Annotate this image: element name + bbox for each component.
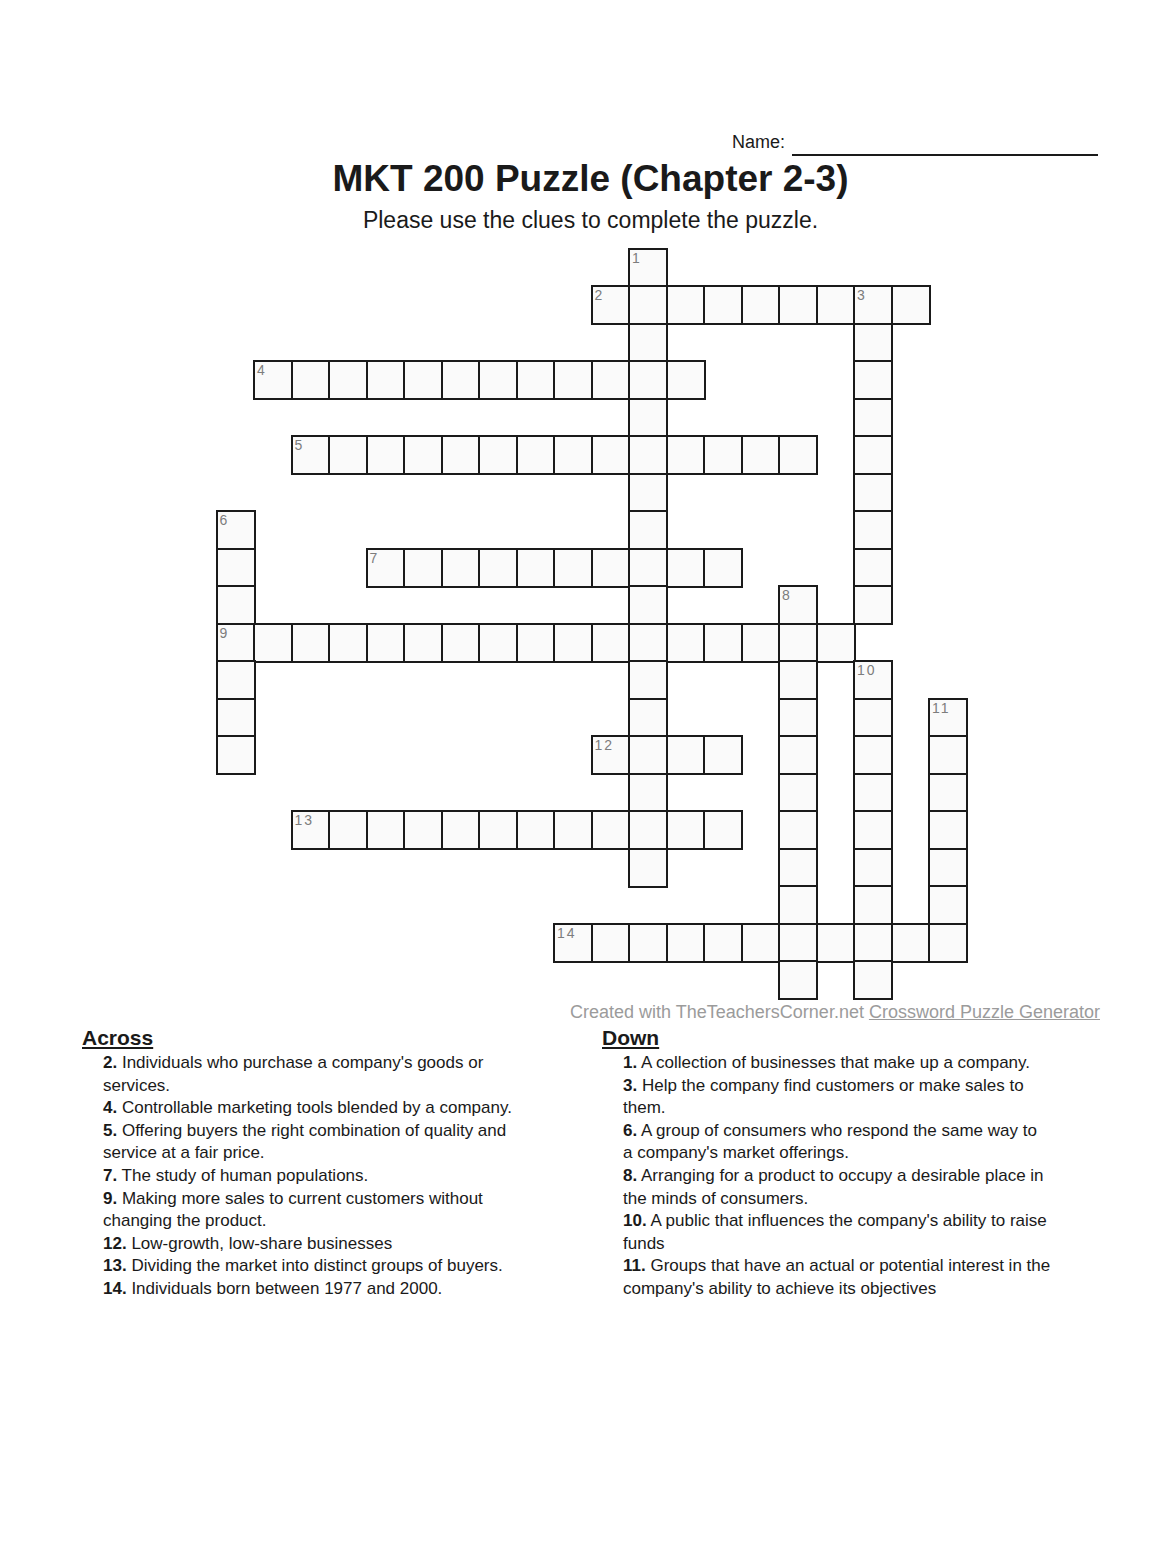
grid-cell-r1c14[interactable] (741, 285, 781, 325)
grid-cell-r3c17[interactable] (853, 360, 893, 400)
grid-cell-r3c3[interactable] (328, 360, 368, 400)
clue-text: Controllable marketing tools blended by … (122, 1098, 512, 1117)
clue-text: Low-growth, low-share businesses (131, 1234, 392, 1253)
clue-number-label: 11. (623, 1256, 646, 1275)
grid-cell-r10c13[interactable] (703, 623, 743, 663)
clue-down-6: 6. A group of consumers who respond the … (623, 1120, 1094, 1165)
grid-cell-r13c13[interactable] (703, 735, 743, 775)
cell-number-5: 5 (293, 437, 329, 453)
grid-cell-r12c17[interactable] (853, 698, 893, 738)
grid-cell-r15c17[interactable] (853, 810, 893, 850)
grid-cell-r10c14[interactable] (741, 623, 781, 663)
crossword-grid: 1234567891011121314 (216, 248, 969, 1001)
grid-cell-r16c15[interactable] (778, 848, 818, 888)
clue-number-label: 1. (623, 1053, 637, 1072)
grid-cell-r2c17[interactable] (853, 323, 893, 363)
grid-cell-r5c5[interactable] (403, 435, 443, 475)
grid-cell-r1c10[interactable]: 2 (591, 285, 631, 325)
grid-cell-r7c17[interactable] (853, 510, 893, 550)
clue-down-1: 1. A collection of businesses that make … (623, 1052, 1094, 1075)
grid-cell-r18c18[interactable] (891, 923, 931, 963)
clue-number-label: 14. (103, 1279, 127, 1298)
clue-number-label: 12. (103, 1234, 127, 1253)
grid-cell-r3c11[interactable] (628, 360, 668, 400)
clue-text: A public that influences the company's a… (623, 1211, 1047, 1253)
grid-cell-r12c11[interactable] (628, 698, 668, 738)
grid-cell-r7c0[interactable]: 6 (216, 510, 256, 550)
clue-number-label: 3. (623, 1076, 637, 1095)
grid-cell-r8c13[interactable] (703, 548, 743, 588)
grid-cell-r9c0[interactable] (216, 585, 256, 625)
grid-cell-r9c15[interactable]: 8 (778, 585, 818, 625)
name-blank-line[interactable] (792, 132, 1098, 156)
clue-text: Making more sales to current customers w… (103, 1189, 483, 1231)
grid-cell-r4c11[interactable] (628, 398, 668, 438)
page-subtitle: Please use the clues to complete the puz… (0, 205, 1152, 235)
clue-across-2: 2. Individuals who purchase a company's … (103, 1052, 574, 1097)
grid-cell-r11c15[interactable] (778, 660, 818, 700)
grid-cell-r8c12[interactable] (666, 548, 706, 588)
grid-cell-r13c19[interactable] (928, 735, 968, 775)
clue-across-14: 14. Individuals born between 1977 and 20… (103, 1278, 574, 1301)
grid-cell-r10c16[interactable] (816, 623, 856, 663)
clue-text: Dividing the market into distinct groups… (131, 1256, 502, 1275)
grid-cell-r15c2[interactable]: 13 (291, 810, 331, 850)
grid-cell-r15c8[interactable] (516, 810, 556, 850)
grid-cell-r15c7[interactable] (478, 810, 518, 850)
across-heading: Across (82, 1026, 574, 1050)
grid-cell-r18c11[interactable] (628, 923, 668, 963)
clue-down-8: 8. Arranging for a product to occupy a d… (623, 1165, 1094, 1210)
grid-cell-r18c10[interactable] (591, 923, 631, 963)
grid-cell-r8c10[interactable] (591, 548, 631, 588)
grid-cell-r9c17[interactable] (853, 585, 893, 625)
clue-number-label: 13. (103, 1256, 127, 1275)
across-clues-section: Across 2. Individuals who purchase a com… (82, 1026, 574, 1301)
grid-cell-r1c18[interactable] (891, 285, 931, 325)
grid-cell-r0c11[interactable]: 1 (628, 248, 668, 288)
grid-cell-r3c7[interactable] (478, 360, 518, 400)
grid-cell-r8c11[interactable] (628, 548, 668, 588)
clue-text: Individuals who purchase a company's goo… (103, 1053, 483, 1095)
cell-number-6: 6 (218, 512, 254, 528)
grid-cell-r9c11[interactable] (628, 585, 668, 625)
grid-cell-r5c4[interactable] (366, 435, 406, 475)
grid-cell-r6c11[interactable] (628, 473, 668, 513)
down-clues-section: Down 1. A collection of businesses that … (602, 1026, 1094, 1301)
grid-cell-r3c12[interactable] (666, 360, 706, 400)
grid-cell-r16c11[interactable] (628, 848, 668, 888)
grid-cell-r14c15[interactable] (778, 773, 818, 813)
grid-cell-r3c4[interactable] (366, 360, 406, 400)
clue-across-7: 7. The study of human populations. (103, 1165, 574, 1188)
clue-number-label: 10. (623, 1211, 647, 1230)
cell-number-7: 7 (368, 550, 404, 566)
grid-cell-r8c6[interactable] (441, 548, 481, 588)
grid-cell-r5c6[interactable] (441, 435, 481, 475)
cell-number-2: 2 (593, 287, 629, 303)
grid-cell-r10c1[interactable] (253, 623, 293, 663)
clue-across-5: 5. Offering buyers the right combination… (103, 1120, 574, 1165)
grid-cell-r3c10[interactable] (591, 360, 631, 400)
grid-cell-r10c3[interactable] (328, 623, 368, 663)
clue-across-9: 9. Making more sales to current customer… (103, 1188, 574, 1233)
grid-cell-r15c6[interactable] (441, 810, 481, 850)
grid-cell-r15c11[interactable] (628, 810, 668, 850)
clue-number-label: 2. (103, 1053, 117, 1072)
grid-cell-r15c9[interactable] (553, 810, 593, 850)
clue-down-11: 11. Groups that have an actual or potent… (623, 1255, 1094, 1300)
grid-cell-r18c17[interactable] (853, 923, 893, 963)
grid-cell-r10c4[interactable] (366, 623, 406, 663)
cell-number-12: 12 (593, 737, 629, 753)
credit-text: Created with TheTeachersCorner.net (570, 1002, 869, 1022)
grid-cell-r15c10[interactable] (591, 810, 631, 850)
grid-cell-r12c19[interactable]: 11 (928, 698, 968, 738)
credit-link[interactable]: Crossword Puzzle Generator (869, 1002, 1100, 1022)
grid-cell-r12c15[interactable] (778, 698, 818, 738)
grid-cell-r3c5[interactable] (403, 360, 443, 400)
cell-number-13: 13 (293, 812, 329, 828)
grid-cell-r10c2[interactable] (291, 623, 331, 663)
grid-cell-r13c17[interactable] (853, 735, 893, 775)
grid-cell-r15c5[interactable] (403, 810, 443, 850)
grid-cell-r5c9[interactable] (553, 435, 593, 475)
grid-cell-r10c6[interactable] (441, 623, 481, 663)
grid-cell-r18c19[interactable] (928, 923, 968, 963)
cell-number-14: 14 (555, 925, 591, 941)
clue-number-label: 4. (103, 1098, 117, 1117)
cell-number-3: 3 (855, 287, 891, 303)
grid-cell-r1c17[interactable]: 3 (853, 285, 893, 325)
clue-number-label: 8. (623, 1166, 637, 1185)
clue-text: Help the company find customers or make … (623, 1076, 1024, 1118)
grid-cell-r13c11[interactable] (628, 735, 668, 775)
grid-cell-r5c14[interactable] (741, 435, 781, 475)
grid-cell-r15c12[interactable] (666, 810, 706, 850)
grid-cell-r8c9[interactable] (553, 548, 593, 588)
cell-number-11: 11 (930, 700, 966, 716)
cell-number-10: 10 (855, 662, 891, 678)
grid-cell-r8c5[interactable] (403, 548, 443, 588)
grid-cell-r8c0[interactable] (216, 548, 256, 588)
grid-cell-r5c8[interactable] (516, 435, 556, 475)
grid-cell-r8c8[interactable] (516, 548, 556, 588)
grid-cell-r8c7[interactable] (478, 548, 518, 588)
grid-cell-r5c12[interactable] (666, 435, 706, 475)
grid-cell-r13c12[interactable] (666, 735, 706, 775)
clue-text: A collection of businesses that make up … (641, 1053, 1030, 1072)
grid-cell-r5c10[interactable] (591, 435, 631, 475)
clue-across-12: 12. Low-growth, low-share businesses (103, 1233, 574, 1256)
grid-cell-r14c19[interactable] (928, 773, 968, 813)
grid-cell-r18c13[interactable] (703, 923, 743, 963)
grid-cell-r4c17[interactable] (853, 398, 893, 438)
grid-cell-r1c11[interactable] (628, 285, 668, 325)
grid-cell-r3c2[interactable] (291, 360, 331, 400)
cell-number-4: 4 (255, 362, 291, 378)
grid-cell-r6c17[interactable] (853, 473, 893, 513)
grid-cell-r10c8[interactable] (516, 623, 556, 663)
clue-text: Groups that have an actual or potential … (623, 1256, 1050, 1298)
grid-cell-r10c10[interactable] (591, 623, 631, 663)
clue-across-13: 13. Dividing the market into distinct gr… (103, 1255, 574, 1278)
across-clue-list: 2. Individuals who purchase a company's … (103, 1052, 574, 1301)
clue-number-label: 6. (623, 1121, 637, 1140)
grid-cell-r11c0[interactable] (216, 660, 256, 700)
grid-cell-r5c13[interactable] (703, 435, 743, 475)
grid-cell-r10c7[interactable] (478, 623, 518, 663)
clue-text: Individuals born between 1977 and 2000. (131, 1279, 442, 1298)
grid-cell-r10c15[interactable] (778, 623, 818, 663)
cell-number-8: 8 (780, 587, 816, 603)
clue-across-4: 4. Controllable marketing tools blended … (103, 1097, 574, 1120)
grid-cell-r18c16[interactable] (816, 923, 856, 963)
grid-cell-r3c9[interactable] (553, 360, 593, 400)
down-heading: Down (602, 1026, 1094, 1050)
grid-cell-r11c17[interactable]: 10 (853, 660, 893, 700)
grid-cell-r14c17[interactable] (853, 773, 893, 813)
grid-cell-r5c3[interactable] (328, 435, 368, 475)
down-clue-list: 1. A collection of businesses that make … (623, 1052, 1094, 1301)
clue-text: The study of human populations. (122, 1166, 369, 1185)
grid-cell-r18c15[interactable] (778, 923, 818, 963)
clue-down-10: 10. A public that influences the company… (623, 1210, 1094, 1255)
credit-line: Created with TheTeachersCorner.net Cross… (570, 1001, 1100, 1023)
grid-cell-r10c12[interactable] (666, 623, 706, 663)
grid-cell-r5c15[interactable] (778, 435, 818, 475)
grid-cell-r12c0[interactable] (216, 698, 256, 738)
grid-cell-r15c15[interactable] (778, 810, 818, 850)
grid-cell-r14c11[interactable] (628, 773, 668, 813)
grid-cell-r15c4[interactable] (366, 810, 406, 850)
grid-cell-r11c11[interactable] (628, 660, 668, 700)
clue-number-label: 7. (103, 1166, 117, 1185)
grid-cell-r18c12[interactable] (666, 923, 706, 963)
clue-down-3: 3. Help the company find customers or ma… (623, 1075, 1094, 1120)
grid-cell-r13c15[interactable] (778, 735, 818, 775)
clue-number-label: 9. (103, 1189, 117, 1208)
grid-cell-r7c11[interactable] (628, 510, 668, 550)
grid-cell-r5c2[interactable]: 5 (291, 435, 331, 475)
grid-cell-r10c0[interactable]: 9 (216, 623, 256, 663)
grid-cell-r18c9[interactable]: 14 (553, 923, 593, 963)
grid-cell-r17c15[interactable] (778, 885, 818, 925)
grid-cell-r10c9[interactable] (553, 623, 593, 663)
grid-cell-r19c17[interactable] (853, 960, 893, 1000)
cell-number-1: 1 (630, 250, 666, 266)
cell-number-9: 9 (218, 625, 254, 641)
grid-cell-r15c13[interactable] (703, 810, 743, 850)
clue-text: A group of consumers who respond the sam… (623, 1121, 1037, 1163)
grid-cell-r5c7[interactable] (478, 435, 518, 475)
page-title: MKT 200 Puzzle (Chapter 2-3) (0, 157, 1152, 201)
grid-cell-r10c11[interactable] (628, 623, 668, 663)
grid-cell-r1c16[interactable] (816, 285, 856, 325)
grid-cell-r1c12[interactable] (666, 285, 706, 325)
grid-cell-r15c3[interactable] (328, 810, 368, 850)
grid-cell-r8c17[interactable] (853, 548, 893, 588)
grid-cell-r3c6[interactable] (441, 360, 481, 400)
grid-cell-r10c5[interactable] (403, 623, 443, 663)
grid-cell-r3c8[interactable] (516, 360, 556, 400)
grid-cell-r5c17[interactable] (853, 435, 893, 475)
grid-cell-r15c19[interactable] (928, 810, 968, 850)
grid-cell-r18c14[interactable] (741, 923, 781, 963)
name-label: Name: (732, 131, 785, 153)
grid-cell-r17c19[interactable] (928, 885, 968, 925)
grid-cell-r17c17[interactable] (853, 885, 893, 925)
grid-cell-r1c15[interactable] (778, 285, 818, 325)
grid-cell-r19c15[interactable] (778, 960, 818, 1000)
grid-cell-r13c10[interactable]: 12 (591, 735, 631, 775)
clue-text: Arranging for a product to occupy a desi… (623, 1166, 1044, 1208)
grid-cell-r8c4[interactable]: 7 (366, 548, 406, 588)
grid-cell-r3c1[interactable]: 4 (253, 360, 293, 400)
grid-cell-r5c11[interactable] (628, 435, 668, 475)
clue-number-label: 5. (103, 1121, 117, 1140)
grid-cell-r1c13[interactable] (703, 285, 743, 325)
clue-text: Offering buyers the right combination of… (103, 1121, 506, 1163)
grid-cell-r2c11[interactable] (628, 323, 668, 363)
grid-cell-r16c19[interactable] (928, 848, 968, 888)
grid-cell-r13c0[interactable] (216, 735, 256, 775)
grid-cell-r16c17[interactable] (853, 848, 893, 888)
